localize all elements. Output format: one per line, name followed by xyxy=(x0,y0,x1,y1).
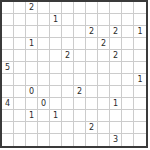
grid-cell[interactable] xyxy=(86,38,98,50)
grid-cell[interactable] xyxy=(122,86,134,98)
grid-cell[interactable] xyxy=(50,74,62,86)
grid-cell[interactable] xyxy=(2,110,14,122)
grid-cell[interactable] xyxy=(74,110,86,122)
grid-cell[interactable] xyxy=(62,74,74,86)
grid-cell[interactable] xyxy=(74,98,86,110)
grid-cell[interactable] xyxy=(26,122,38,134)
grid-cell[interactable] xyxy=(122,50,134,62)
grid-cell[interactable] xyxy=(14,134,26,146)
grid-cell[interactable] xyxy=(134,122,146,134)
grid-cell-clue[interactable]: 2 xyxy=(62,50,74,62)
grid-cell[interactable] xyxy=(134,86,146,98)
grid-cell[interactable] xyxy=(98,50,110,62)
grid-cell[interactable] xyxy=(50,50,62,62)
grid-cell[interactable] xyxy=(98,98,110,110)
grid-cell[interactable] xyxy=(2,2,14,14)
grid-cell[interactable] xyxy=(110,62,122,74)
grid-cell[interactable] xyxy=(50,38,62,50)
grid-cell[interactable] xyxy=(62,38,74,50)
grid-cell[interactable] xyxy=(110,86,122,98)
grid-cell[interactable] xyxy=(38,134,50,146)
grid-cell[interactable] xyxy=(62,26,74,38)
grid-cell[interactable] xyxy=(50,122,62,134)
grid-cell[interactable] xyxy=(62,2,74,14)
grid-cell-clue[interactable]: 2 xyxy=(86,26,98,38)
grid-cell[interactable] xyxy=(86,86,98,98)
grid-cell[interactable] xyxy=(122,98,134,110)
grid-cell-clue[interactable]: 2 xyxy=(26,2,38,14)
grid-cell[interactable] xyxy=(14,2,26,14)
grid-cell[interactable] xyxy=(134,2,146,14)
grid-cell[interactable] xyxy=(2,14,14,26)
grid-cell[interactable] xyxy=(122,62,134,74)
grid-cell[interactable] xyxy=(74,122,86,134)
grid-cell[interactable] xyxy=(50,86,62,98)
grid-cell-clue[interactable]: 2 xyxy=(86,122,98,134)
grid-cell[interactable] xyxy=(74,50,86,62)
grid-cell[interactable] xyxy=(38,38,50,50)
grid-cell-clue[interactable]: 2 xyxy=(110,50,122,62)
grid-cell[interactable] xyxy=(122,134,134,146)
grid-cell[interactable] xyxy=(62,86,74,98)
grid-cell[interactable] xyxy=(122,14,134,26)
grid-cell[interactable] xyxy=(134,50,146,62)
grid-cell[interactable] xyxy=(74,74,86,86)
grid-cell[interactable] xyxy=(134,62,146,74)
grid-cell[interactable] xyxy=(38,14,50,26)
grid-cell[interactable] xyxy=(14,122,26,134)
grid-cell[interactable] xyxy=(98,2,110,14)
grid-cell[interactable] xyxy=(74,134,86,146)
grid-cell[interactable] xyxy=(38,74,50,86)
grid-cell-clue[interactable]: 5 xyxy=(2,62,14,74)
grid-cell[interactable] xyxy=(98,74,110,86)
grid-cell[interactable] xyxy=(50,62,62,74)
grid-cell[interactable] xyxy=(62,14,74,26)
grid-cell[interactable] xyxy=(134,38,146,50)
grid-cell[interactable] xyxy=(98,110,110,122)
grid-cell[interactable] xyxy=(2,122,14,134)
grid-cell[interactable] xyxy=(14,50,26,62)
grid-cell-clue[interactable]: 1 xyxy=(50,110,62,122)
grid-cell[interactable] xyxy=(38,122,50,134)
grid-cell[interactable] xyxy=(110,110,122,122)
grid-cell-clue[interactable]: 3 xyxy=(110,134,122,146)
grid-cell[interactable] xyxy=(134,14,146,26)
grid-cell[interactable] xyxy=(14,62,26,74)
grid-cell[interactable] xyxy=(14,38,26,50)
grid-cell[interactable] xyxy=(62,110,74,122)
grid-cell[interactable] xyxy=(26,14,38,26)
grid-cell[interactable] xyxy=(122,38,134,50)
grid-cell[interactable] xyxy=(26,98,38,110)
grid-cell[interactable] xyxy=(14,86,26,98)
grid-cell[interactable] xyxy=(110,122,122,134)
grid-cell[interactable] xyxy=(74,26,86,38)
grid-cell-clue[interactable]: 0 xyxy=(26,86,38,98)
grid-cell[interactable] xyxy=(122,74,134,86)
grid-cell[interactable] xyxy=(122,122,134,134)
grid-cell[interactable] xyxy=(98,62,110,74)
grid-cell[interactable] xyxy=(86,50,98,62)
grid-cell[interactable] xyxy=(50,26,62,38)
grid-cell[interactable] xyxy=(110,38,122,50)
grid-cell[interactable] xyxy=(26,134,38,146)
grid-cell[interactable] xyxy=(134,98,146,110)
grid-cell[interactable] xyxy=(38,110,50,122)
grid-cell-clue[interactable]: 1 xyxy=(134,26,146,38)
grid-cell[interactable] xyxy=(134,134,146,146)
grid-cell[interactable] xyxy=(2,86,14,98)
grid-cell[interactable] xyxy=(38,26,50,38)
grid-cell[interactable] xyxy=(26,62,38,74)
grid-cell[interactable] xyxy=(62,134,74,146)
grid-cell[interactable] xyxy=(98,26,110,38)
grid-cell[interactable] xyxy=(74,38,86,50)
grid-cell[interactable] xyxy=(74,14,86,26)
grid-cell[interactable] xyxy=(86,2,98,14)
grid-cell[interactable] xyxy=(38,2,50,14)
grid-cell[interactable] xyxy=(14,98,26,110)
grid-cell[interactable] xyxy=(14,26,26,38)
grid-cell[interactable] xyxy=(38,62,50,74)
grid-cell[interactable] xyxy=(122,26,134,38)
grid-cell[interactable] xyxy=(50,2,62,14)
grid-cell[interactable] xyxy=(2,50,14,62)
grid-cell[interactable] xyxy=(62,62,74,74)
grid-cell-clue[interactable]: 0 xyxy=(38,98,50,110)
grid-cell[interactable] xyxy=(122,2,134,14)
grid-cell-clue[interactable]: 4 xyxy=(2,98,14,110)
grid-cell-clue[interactable]: 2 xyxy=(98,38,110,50)
grid-cell[interactable] xyxy=(2,134,14,146)
grid-cell[interactable] xyxy=(110,74,122,86)
grid-cell[interactable] xyxy=(14,14,26,26)
grid-cell[interactable] xyxy=(74,62,86,74)
grid-cell[interactable] xyxy=(50,98,62,110)
grid-cell[interactable] xyxy=(86,110,98,122)
grid-cell[interactable] xyxy=(50,134,62,146)
grid-cell[interactable] xyxy=(26,50,38,62)
grid-cell[interactable] xyxy=(122,110,134,122)
grid-cell[interactable] xyxy=(14,74,26,86)
grid-cell[interactable] xyxy=(98,122,110,134)
grid-cell-clue[interactable]: 2 xyxy=(74,86,86,98)
grid-cell[interactable] xyxy=(86,134,98,146)
grid-cell[interactable] xyxy=(2,26,14,38)
grid-cell[interactable] xyxy=(62,122,74,134)
grid-cell-clue[interactable]: 2 xyxy=(110,26,122,38)
grid-cell-clue[interactable]: 1 xyxy=(50,14,62,26)
grid-cell[interactable] xyxy=(38,50,50,62)
grid-cell-clue[interactable]: 1 xyxy=(26,110,38,122)
grid-cell[interactable] xyxy=(2,74,14,86)
grid-cell[interactable] xyxy=(86,14,98,26)
grid-cell-clue[interactable]: 1 xyxy=(26,38,38,50)
grid-cell[interactable] xyxy=(14,110,26,122)
grid-cell[interactable] xyxy=(2,38,14,50)
grid-cell-clue[interactable]: 1 xyxy=(134,74,146,86)
grid-cell[interactable] xyxy=(74,2,86,14)
grid-cell[interactable] xyxy=(110,14,122,26)
grid-cell[interactable] xyxy=(86,74,98,86)
grid-cell[interactable] xyxy=(86,62,98,74)
grid-cell[interactable] xyxy=(26,26,38,38)
grid-cell[interactable] xyxy=(110,2,122,14)
grid-cell[interactable] xyxy=(38,86,50,98)
grid-cell-clue[interactable]: 1 xyxy=(110,98,122,110)
grid-cell[interactable] xyxy=(86,98,98,110)
grid-cell[interactable] xyxy=(98,14,110,26)
grid-cell[interactable] xyxy=(98,86,110,98)
grid-cell[interactable] xyxy=(134,110,146,122)
grid-cell[interactable] xyxy=(26,74,38,86)
grid-cell[interactable] xyxy=(62,98,74,110)
puzzle-board: 21221122251024011123 xyxy=(0,0,148,148)
grid-cell[interactable] xyxy=(98,134,110,146)
